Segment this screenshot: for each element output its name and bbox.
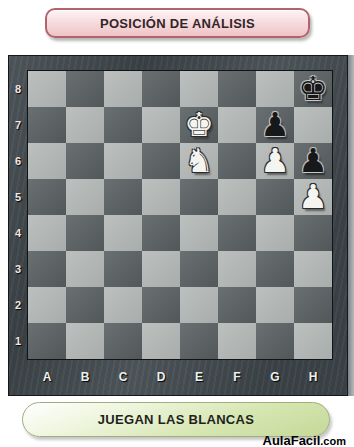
square-d3[interactable] xyxy=(142,251,180,287)
rank-label-3: 3 xyxy=(9,251,27,287)
brand-suffix: .com xyxy=(320,435,346,447)
file-label-f: F xyxy=(218,366,256,388)
square-d2[interactable] xyxy=(142,287,180,323)
square-a6[interactable] xyxy=(28,143,66,179)
square-h4[interactable] xyxy=(294,215,332,251)
square-b6[interactable] xyxy=(66,143,104,179)
square-g5[interactable] xyxy=(256,179,294,215)
square-h1[interactable] xyxy=(294,323,332,359)
square-h5[interactable]: ♟ xyxy=(294,179,332,215)
square-a2[interactable] xyxy=(28,287,66,323)
square-d7[interactable] xyxy=(142,107,180,143)
rank-label-6: 6 xyxy=(9,143,27,179)
file-label-b: B xyxy=(66,366,104,388)
board-grid: ♚♚♟♞♟♟♟ xyxy=(27,70,333,360)
square-h7[interactable] xyxy=(294,107,332,143)
file-label-h: H xyxy=(294,366,332,388)
square-h6[interactable]: ♟ xyxy=(294,143,332,179)
rank-label-2: 2 xyxy=(9,287,27,323)
square-g3[interactable] xyxy=(256,251,294,287)
square-b7[interactable] xyxy=(66,107,104,143)
square-f2[interactable] xyxy=(218,287,256,323)
square-a1[interactable] xyxy=(28,323,66,359)
black-king-piece: ♚ xyxy=(298,71,328,107)
rank-label-8: 8 xyxy=(9,71,27,107)
square-d5[interactable] xyxy=(142,179,180,215)
analysis-title-banner[interactable]: POSICIÓN DE ANÁLISIS xyxy=(45,8,310,38)
square-e4[interactable] xyxy=(180,215,218,251)
square-d8[interactable] xyxy=(142,71,180,107)
page: POSICIÓN DE ANÁLISIS 87654321 ♚♚♟♞♟♟♟ AB… xyxy=(0,0,354,447)
square-e5[interactable] xyxy=(180,179,218,215)
square-a3[interactable] xyxy=(28,251,66,287)
square-e2[interactable] xyxy=(180,287,218,323)
black-pawn-piece: ♟ xyxy=(260,107,290,143)
square-g6[interactable]: ♟ xyxy=(256,143,294,179)
square-e8[interactable] xyxy=(180,71,218,107)
square-b3[interactable] xyxy=(66,251,104,287)
file-label-e: E xyxy=(180,366,218,388)
square-c2[interactable] xyxy=(104,287,142,323)
brand-credit: AulaFacil.com xyxy=(263,431,346,447)
square-h2[interactable] xyxy=(294,287,332,323)
square-e6[interactable]: ♞ xyxy=(180,143,218,179)
square-g1[interactable] xyxy=(256,323,294,359)
square-c5[interactable] xyxy=(104,179,142,215)
white-pawn-piece: ♟ xyxy=(260,143,290,179)
square-a5[interactable] xyxy=(28,179,66,215)
square-f7[interactable] xyxy=(218,107,256,143)
square-b8[interactable] xyxy=(66,71,104,107)
square-c3[interactable] xyxy=(104,251,142,287)
square-a7[interactable] xyxy=(28,107,66,143)
square-f3[interactable] xyxy=(218,251,256,287)
rank-labels: 87654321 xyxy=(9,70,27,360)
rank-label-7: 7 xyxy=(9,107,27,143)
brand-name: AulaFacil xyxy=(263,433,321,447)
analysis-title: POSICIÓN DE ANÁLISIS xyxy=(100,16,255,31)
square-c6[interactable] xyxy=(104,143,142,179)
square-h3[interactable] xyxy=(294,251,332,287)
square-c7[interactable] xyxy=(104,107,142,143)
file-label-g: G xyxy=(256,366,294,388)
square-f4[interactable] xyxy=(218,215,256,251)
square-b4[interactable] xyxy=(66,215,104,251)
square-a8[interactable] xyxy=(28,71,66,107)
square-e1[interactable] xyxy=(180,323,218,359)
square-c8[interactable] xyxy=(104,71,142,107)
square-h8[interactable]: ♚ xyxy=(294,71,332,107)
white-pawn-piece: ♟ xyxy=(298,179,328,215)
square-b2[interactable] xyxy=(66,287,104,323)
square-f5[interactable] xyxy=(218,179,256,215)
turn-banner-label: JUEGAN LAS BLANCAS xyxy=(98,412,254,427)
chess-board: 87654321 ♚♚♟♞♟♟♟ ABCDEFGH xyxy=(8,55,348,396)
square-f6[interactable] xyxy=(218,143,256,179)
square-d4[interactable] xyxy=(142,215,180,251)
rank-label-4: 4 xyxy=(9,215,27,251)
rank-label-1: 1 xyxy=(9,323,27,359)
file-label-c: C xyxy=(104,366,142,388)
square-g8[interactable] xyxy=(256,71,294,107)
square-f1[interactable] xyxy=(218,323,256,359)
file-label-a: A xyxy=(28,366,66,388)
square-e7[interactable]: ♚ xyxy=(180,107,218,143)
square-d1[interactable] xyxy=(142,323,180,359)
square-d6[interactable] xyxy=(142,143,180,179)
board-edge-highlight xyxy=(348,55,354,396)
square-f8[interactable] xyxy=(218,71,256,107)
square-e3[interactable] xyxy=(180,251,218,287)
square-g4[interactable] xyxy=(256,215,294,251)
rank-label-5: 5 xyxy=(9,179,27,215)
square-g7[interactable]: ♟ xyxy=(256,107,294,143)
square-a4[interactable] xyxy=(28,215,66,251)
square-b1[interactable] xyxy=(66,323,104,359)
white-knight-piece: ♞ xyxy=(184,143,214,179)
black-pawn-piece: ♟ xyxy=(298,143,328,179)
file-label-d: D xyxy=(142,366,180,388)
file-labels: ABCDEFGH xyxy=(28,366,332,388)
square-c1[interactable] xyxy=(104,323,142,359)
square-b5[interactable] xyxy=(66,179,104,215)
white-king-piece: ♚ xyxy=(184,107,214,143)
square-c4[interactable] xyxy=(104,215,142,251)
square-g2[interactable] xyxy=(256,287,294,323)
